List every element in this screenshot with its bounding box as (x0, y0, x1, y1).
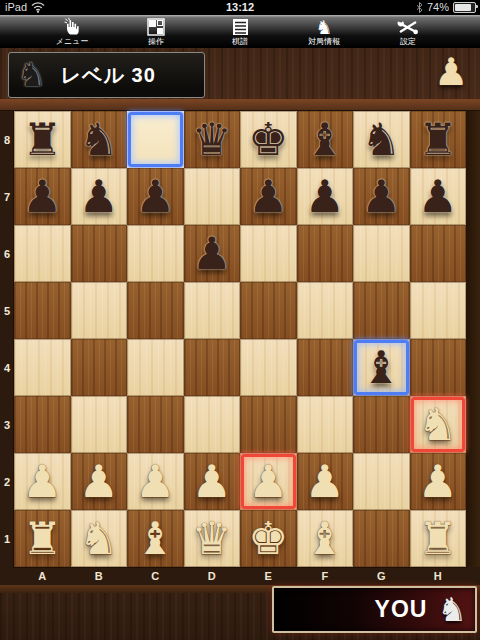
rank-label: 5 (0, 282, 14, 339)
bluetooth-icon (416, 2, 423, 13)
black-king: ♚ (240, 111, 297, 168)
status-bar: iPad 13:12 74% (0, 0, 480, 15)
square-e6[interactable] (240, 225, 297, 282)
black-pawn: ♟ (184, 225, 241, 282)
square-b5[interactable] (71, 282, 128, 339)
rank-label: 7 (0, 168, 14, 225)
square-g7[interactable]: ♟ (353, 168, 410, 225)
toolbar-game-info-label: 対局情報 (308, 37, 340, 47)
square-h2[interactable]: ♟ (410, 453, 467, 510)
square-a5[interactable] (14, 282, 71, 339)
file-label: F (297, 567, 354, 585)
square-g8[interactable]: ♞ (353, 111, 410, 168)
square-f5[interactable] (297, 282, 354, 339)
square-e4[interactable] (240, 339, 297, 396)
black-pawn: ♟ (71, 168, 128, 225)
black-knight-icon: ♞ (17, 56, 47, 94)
square-h8[interactable]: ♜ (410, 111, 467, 168)
rank-label: 6 (0, 225, 14, 282)
toolbar-settings-button[interactable]: 設定 (366, 15, 450, 48)
white-pawn: ♟ (240, 453, 297, 510)
black-rook: ♜ (14, 111, 71, 168)
toolbar-controls-label: 操作 (148, 37, 164, 47)
player-label: YOU (375, 596, 428, 623)
square-h1[interactable]: ♜ (410, 510, 467, 567)
player-turn-box: YOU ♞ (272, 586, 477, 633)
black-knight: ♞ (71, 111, 128, 168)
black-bishop: ♝ (353, 339, 410, 396)
white-knight: ♞ (410, 396, 467, 453)
square-c5[interactable] (127, 282, 184, 339)
chess-board: ♜♞♛♚♝♞♜♟♟♟♟♟♟♟♟♝♞♟♟♟♟♟♟♟♜♞♝♛♚♝♜ (14, 111, 466, 567)
square-d3[interactable] (184, 396, 241, 453)
square-f4[interactable] (297, 339, 354, 396)
square-c2[interactable]: ♟ (127, 453, 184, 510)
rank-label: 3 (0, 396, 14, 453)
captured-pieces-tray: ♟ (434, 50, 468, 94)
clock: 13:12 (0, 0, 480, 15)
square-a6[interactable] (14, 225, 71, 282)
square-h6[interactable] (410, 225, 467, 282)
square-e1[interactable]: ♚ (240, 510, 297, 567)
tools-icon (397, 17, 419, 37)
square-g4[interactable]: ♝ (353, 339, 410, 396)
board-top-edge (0, 99, 480, 111)
toolbar-settings-label: 設定 (400, 37, 416, 47)
rank-label: 4 (0, 339, 14, 396)
board-frame: 8 7 6 5 4 3 2 1 ♜♞♛♚♝♞♜♟♟♟♟♟♟♟♟♝♞♟♟♟♟♟♟♟… (0, 99, 480, 593)
square-b7[interactable]: ♟ (71, 168, 128, 225)
chess-app: iPad 13:12 74% (0, 0, 480, 640)
square-g2[interactable] (353, 453, 410, 510)
white-rook: ♜ (410, 510, 467, 567)
square-f3[interactable] (297, 396, 354, 453)
square-a1[interactable]: ♜ (14, 510, 71, 567)
square-e5[interactable] (240, 282, 297, 339)
white-king: ♚ (240, 510, 297, 567)
square-c3[interactable] (127, 396, 184, 453)
square-b2[interactable]: ♟ (71, 453, 128, 510)
square-d6[interactable]: ♟ (184, 225, 241, 282)
square-c4[interactable] (127, 339, 184, 396)
move-list-icon (232, 17, 249, 37)
square-b1[interactable]: ♞ (71, 510, 128, 567)
hand-cursor-icon (62, 17, 82, 37)
square-b8[interactable]: ♞ (71, 111, 128, 168)
square-a4[interactable] (14, 339, 71, 396)
square-h4[interactable] (410, 339, 467, 396)
square-d7[interactable] (184, 168, 241, 225)
file-label: B (71, 567, 128, 585)
file-label: G (353, 567, 410, 585)
opponent-level-label: レベル 30 (61, 62, 156, 89)
white-rook: ♜ (14, 510, 71, 567)
square-f8[interactable]: ♝ (297, 111, 354, 168)
square-f6[interactable] (297, 225, 354, 282)
square-a8[interactable]: ♜ (14, 111, 71, 168)
square-g6[interactable] (353, 225, 410, 282)
square-c7[interactable]: ♟ (127, 168, 184, 225)
battery-percent: 74% (427, 0, 449, 15)
square-a3[interactable] (14, 396, 71, 453)
grid-icon (147, 17, 165, 37)
square-g3[interactable] (353, 396, 410, 453)
toolbar-record-button[interactable]: 棋譜 (198, 15, 282, 48)
white-pawn: ♟ (410, 453, 467, 510)
square-g5[interactable] (353, 282, 410, 339)
white-pawn: ♟ (184, 453, 241, 510)
square-b6[interactable] (71, 225, 128, 282)
opponent-level-box: ♞ レベル 30 (8, 52, 205, 98)
white-knight: ♞ (71, 510, 128, 567)
black-knight: ♞ (353, 111, 410, 168)
black-queen: ♛ (184, 111, 241, 168)
square-e8[interactable]: ♚ (240, 111, 297, 168)
square-h3[interactable]: ♞ (410, 396, 467, 453)
square-d5[interactable] (184, 282, 241, 339)
white-bishop: ♝ (297, 510, 354, 567)
black-pawn: ♟ (240, 168, 297, 225)
white-pawn: ♟ (71, 453, 128, 510)
file-label: E (240, 567, 297, 585)
square-e2[interactable]: ♟ (240, 453, 297, 510)
square-f2[interactable]: ♟ (297, 453, 354, 510)
square-b3[interactable] (71, 396, 128, 453)
square-d4[interactable] (184, 339, 241, 396)
square-d2[interactable]: ♟ (184, 453, 241, 510)
file-labels: A B C D E F G H (14, 567, 466, 585)
toolbar-record-label: 棋譜 (232, 37, 248, 47)
white-pawn: ♟ (297, 453, 354, 510)
square-f7[interactable]: ♟ (297, 168, 354, 225)
battery-icon (453, 2, 476, 13)
white-pawn: ♟ (14, 453, 71, 510)
square-c6[interactable] (127, 225, 184, 282)
toolbar: メニュー 操作 棋譜 (0, 15, 480, 48)
square-e3[interactable] (240, 396, 297, 453)
toolbar-menu-label: メニュー (56, 37, 89, 47)
file-label: C (127, 567, 184, 585)
square-f1[interactable]: ♝ (297, 510, 354, 567)
rank-label: 8 (0, 111, 14, 168)
file-label: H (410, 567, 467, 585)
captured-white-pawn-icon: ♟ (434, 50, 468, 94)
square-b4[interactable] (71, 339, 128, 396)
white-knight-icon: ♞ (437, 591, 467, 629)
file-label: A (14, 567, 71, 585)
toolbar-controls-button[interactable]: 操作 (114, 15, 198, 48)
rank-label: 1 (0, 510, 14, 567)
white-bishop: ♝ (127, 510, 184, 567)
rank-label: 2 (0, 453, 14, 510)
square-c1[interactable]: ♝ (127, 510, 184, 567)
white-queen: ♛ (184, 510, 241, 567)
black-pawn: ♟ (14, 168, 71, 225)
toolbar-game-info-button[interactable]: ♞ 対局情報 (282, 15, 366, 48)
black-pawn: ♟ (410, 168, 467, 225)
square-e7[interactable]: ♟ (240, 168, 297, 225)
square-a7[interactable]: ♟ (14, 168, 71, 225)
black-pawn: ♟ (297, 168, 354, 225)
black-bishop: ♝ (297, 111, 354, 168)
square-d1[interactable]: ♛ (184, 510, 241, 567)
square-h7[interactable]: ♟ (410, 168, 467, 225)
file-label: D (184, 567, 241, 585)
square-h5[interactable] (410, 282, 467, 339)
white-pawn: ♟ (127, 453, 184, 510)
knight-icon: ♞ (315, 17, 332, 37)
black-pawn: ♟ (353, 168, 410, 225)
black-rook: ♜ (410, 111, 467, 168)
black-pawn: ♟ (127, 168, 184, 225)
square-a2[interactable]: ♟ (14, 453, 71, 510)
board-right-edge (466, 111, 480, 567)
square-d8[interactable]: ♛ (184, 111, 241, 168)
rank-labels: 8 7 6 5 4 3 2 1 (0, 111, 14, 567)
square-c8[interactable] (127, 111, 184, 168)
square-g1[interactable] (353, 510, 410, 567)
toolbar-menu-button[interactable]: メニュー (30, 15, 114, 48)
